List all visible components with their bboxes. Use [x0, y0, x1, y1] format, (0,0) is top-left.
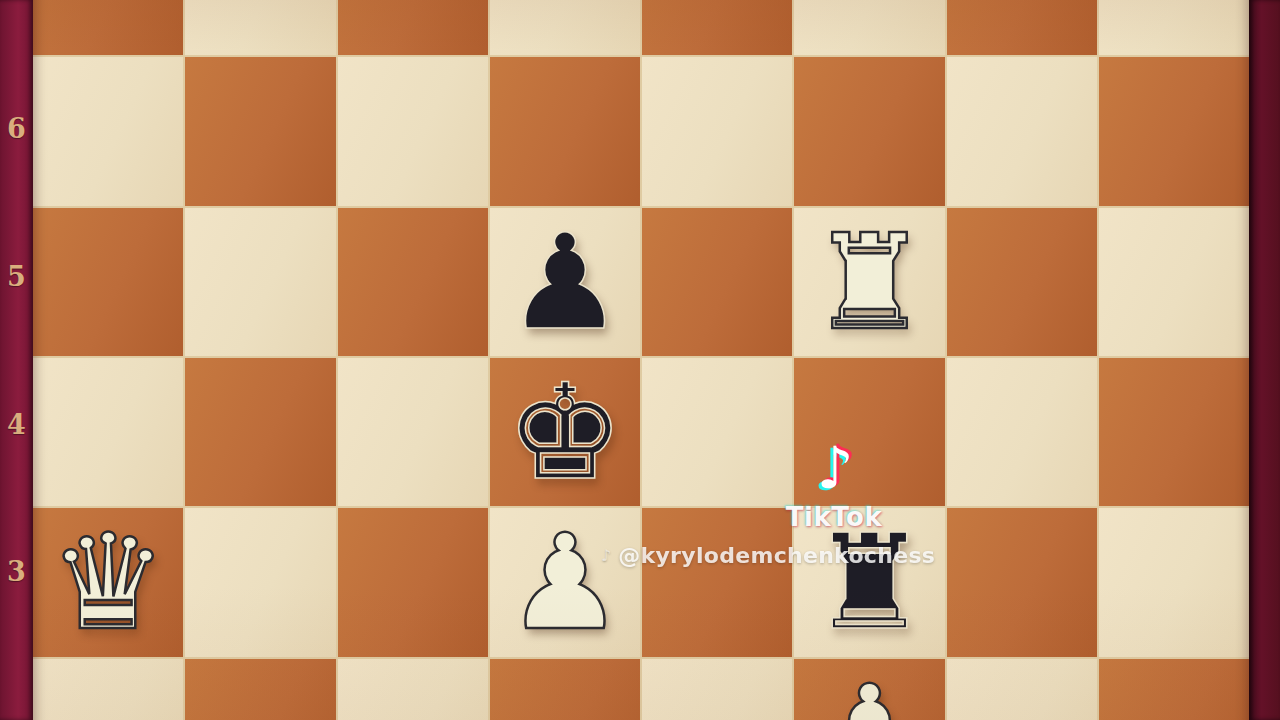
square-g6[interactable]: [947, 57, 1097, 205]
square-e5[interactable]: [642, 208, 792, 356]
piece-white-rook-f5[interactable]: ♜: [810, 216, 928, 348]
square-f7[interactable]: [794, 0, 944, 55]
square-d2[interactable]: [490, 659, 640, 720]
tiktok-logo-icon: ♪ ♪ ♪: [800, 432, 870, 504]
tiktok-wordmark: TikTok: [778, 502, 890, 532]
rank-label-5: 5: [0, 261, 33, 292]
square-a2[interactable]: [33, 659, 183, 720]
square-d6[interactable]: [490, 57, 640, 205]
rank-label-6: 6: [0, 113, 33, 144]
square-g3[interactable]: [947, 508, 1097, 656]
square-c4[interactable]: [338, 358, 488, 506]
rank-label-3: 3: [0, 556, 33, 587]
rank-label-4: 4: [0, 409, 33, 440]
square-a5[interactable]: [33, 208, 183, 356]
piece-white-queen-a3[interactable]: ♛: [49, 516, 167, 648]
piece-white-pawn-f2[interactable]: ♟: [810, 667, 928, 720]
square-g7[interactable]: [947, 0, 1097, 55]
square-c2[interactable]: [338, 659, 488, 720]
tiktok-username-watermark: ♪ @kyrylodemchenkochess: [601, 543, 935, 568]
square-b2[interactable]: [185, 659, 335, 720]
square-c3[interactable]: [338, 508, 488, 656]
square-d3[interactable]: ♟: [490, 508, 640, 656]
piece-white-pawn-d3[interactable]: ♟: [506, 516, 624, 648]
square-a7[interactable]: [33, 0, 183, 55]
square-c6[interactable]: [338, 57, 488, 205]
square-e3[interactable]: [642, 508, 792, 656]
square-a4[interactable]: [33, 358, 183, 506]
square-h4[interactable]: [1099, 358, 1249, 506]
board-right-border: [1249, 0, 1280, 720]
square-c7[interactable]: [338, 0, 488, 55]
piece-black-pawn-d5[interactable]: ♟: [506, 216, 624, 348]
chess-board: ♟♜♚♛♟♜♟: [33, 0, 1249, 720]
piece-black-rook-f3[interactable]: ♜: [810, 516, 928, 648]
square-c5[interactable]: [338, 208, 488, 356]
square-h2[interactable]: [1099, 659, 1249, 720]
tiktok-note-white-layer-icon: ♪: [800, 432, 870, 504]
piece-black-king-d4[interactable]: ♚: [506, 366, 624, 498]
square-e6[interactable]: [642, 57, 792, 205]
square-h6[interactable]: [1099, 57, 1249, 205]
square-e4[interactable]: [642, 358, 792, 506]
square-e2[interactable]: [642, 659, 792, 720]
square-b6[interactable]: [185, 57, 335, 205]
square-h5[interactable]: [1099, 208, 1249, 356]
username-text: @kyrylodemchenkochess: [618, 543, 935, 568]
square-a6[interactable]: [33, 57, 183, 205]
square-h3[interactable]: [1099, 508, 1249, 656]
chess-board-area: ♟♜♚♛♟♜♟: [33, 0, 1249, 720]
square-f2[interactable]: ♟: [794, 659, 944, 720]
square-d4[interactable]: ♚: [490, 358, 640, 506]
square-f6[interactable]: [794, 57, 944, 205]
square-g5[interactable]: [947, 208, 1097, 356]
mini-note-icon: ♪: [601, 546, 611, 565]
square-g2[interactable]: [947, 659, 1097, 720]
square-f5[interactable]: ♜: [794, 208, 944, 356]
square-a3[interactable]: ♛: [33, 508, 183, 656]
square-d7[interactable]: [490, 0, 640, 55]
square-g4[interactable]: [947, 358, 1097, 506]
square-b4[interactable]: [185, 358, 335, 506]
square-b3[interactable]: [185, 508, 335, 656]
video-frame: ♟♜♚♛♟♜♟ 6 5 4 3 ♪ ♪ ♪ TikTok ♪ @kyrylode…: [0, 0, 1280, 720]
square-d5[interactable]: ♟: [490, 208, 640, 356]
square-e7[interactable]: [642, 0, 792, 55]
square-b7[interactable]: [185, 0, 335, 55]
square-h7[interactable]: [1099, 0, 1249, 55]
square-b5[interactable]: [185, 208, 335, 356]
board-left-border: 6 5 4 3: [0, 0, 33, 720]
